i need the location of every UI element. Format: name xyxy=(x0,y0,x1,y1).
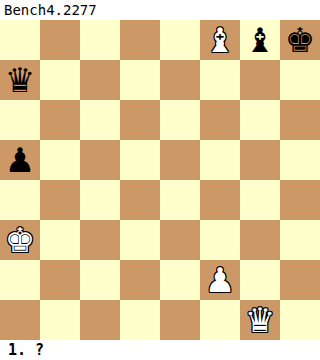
square-e5[interactable] xyxy=(160,140,200,180)
chess-board: ♝♝♚♛♟♚♟♛ xyxy=(0,20,320,340)
move-prompt-bar: 1. ? xyxy=(0,340,320,360)
square-h6[interactable] xyxy=(280,100,320,140)
square-a7[interactable]: ♛ xyxy=(0,60,40,100)
square-a3[interactable]: ♚ xyxy=(0,220,40,260)
square-d4[interactable] xyxy=(120,180,160,220)
square-a2[interactable] xyxy=(0,260,40,300)
square-d1[interactable] xyxy=(120,300,160,340)
square-g6[interactable] xyxy=(240,100,280,140)
square-h5[interactable] xyxy=(280,140,320,180)
white-queen[interactable]: ♛ xyxy=(245,300,275,340)
square-h3[interactable] xyxy=(280,220,320,260)
square-g5[interactable] xyxy=(240,140,280,180)
square-e2[interactable] xyxy=(160,260,200,300)
square-f6[interactable] xyxy=(200,100,240,140)
square-a6[interactable] xyxy=(0,100,40,140)
square-g2[interactable] xyxy=(240,260,280,300)
square-c7[interactable] xyxy=(80,60,120,100)
black-bishop[interactable]: ♝ xyxy=(245,20,275,60)
square-d8[interactable] xyxy=(120,20,160,60)
square-c5[interactable] xyxy=(80,140,120,180)
square-g1[interactable]: ♛ xyxy=(240,300,280,340)
square-f3[interactable] xyxy=(200,220,240,260)
square-d3[interactable] xyxy=(120,220,160,260)
square-g4[interactable] xyxy=(240,180,280,220)
white-king[interactable]: ♚ xyxy=(5,220,35,260)
square-h4[interactable] xyxy=(280,180,320,220)
square-b6[interactable] xyxy=(40,100,80,140)
square-b4[interactable] xyxy=(40,180,80,220)
title-bar: Bench4.2277 xyxy=(0,0,320,20)
square-f5[interactable] xyxy=(200,140,240,180)
square-f7[interactable] xyxy=(200,60,240,100)
square-c6[interactable] xyxy=(80,100,120,140)
square-h1[interactable] xyxy=(280,300,320,340)
square-h7[interactable] xyxy=(280,60,320,100)
square-b1[interactable] xyxy=(40,300,80,340)
square-a1[interactable] xyxy=(0,300,40,340)
square-d2[interactable] xyxy=(120,260,160,300)
square-b5[interactable] xyxy=(40,140,80,180)
white-bishop[interactable]: ♝ xyxy=(205,20,235,60)
square-b8[interactable] xyxy=(40,20,80,60)
square-e1[interactable] xyxy=(160,300,200,340)
page-title: Bench4.2277 xyxy=(4,0,97,20)
black-king[interactable]: ♚ xyxy=(285,20,315,60)
square-f2[interactable]: ♟ xyxy=(200,260,240,300)
square-g3[interactable] xyxy=(240,220,280,260)
square-a5[interactable]: ♟ xyxy=(0,140,40,180)
square-c3[interactable] xyxy=(80,220,120,260)
square-a4[interactable] xyxy=(0,180,40,220)
square-h8[interactable]: ♚ xyxy=(280,20,320,60)
square-a8[interactable] xyxy=(0,20,40,60)
square-c8[interactable] xyxy=(80,20,120,60)
square-e3[interactable] xyxy=(160,220,200,260)
square-e8[interactable] xyxy=(160,20,200,60)
square-d7[interactable] xyxy=(120,60,160,100)
square-f8[interactable]: ♝ xyxy=(200,20,240,60)
square-e6[interactable] xyxy=(160,100,200,140)
black-queen[interactable]: ♛ xyxy=(5,60,35,100)
square-c4[interactable] xyxy=(80,180,120,220)
square-d6[interactable] xyxy=(120,100,160,140)
square-c1[interactable] xyxy=(80,300,120,340)
black-pawn[interactable]: ♟ xyxy=(5,140,35,180)
square-g7[interactable] xyxy=(240,60,280,100)
square-c2[interactable] xyxy=(80,260,120,300)
square-g8[interactable]: ♝ xyxy=(240,20,280,60)
square-b7[interactable] xyxy=(40,60,80,100)
square-h2[interactable] xyxy=(280,260,320,300)
square-b3[interactable] xyxy=(40,220,80,260)
square-e7[interactable] xyxy=(160,60,200,100)
move-prompt: 1. ? xyxy=(8,341,44,359)
white-pawn[interactable]: ♟ xyxy=(205,260,235,300)
square-e4[interactable] xyxy=(160,180,200,220)
square-f4[interactable] xyxy=(200,180,240,220)
square-f1[interactable] xyxy=(200,300,240,340)
square-b2[interactable] xyxy=(40,260,80,300)
square-d5[interactable] xyxy=(120,140,160,180)
